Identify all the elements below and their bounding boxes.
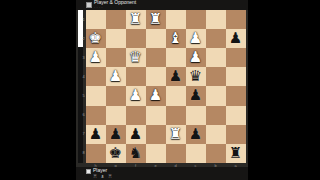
square-g1[interactable]: [106, 10, 126, 29]
square-f2[interactable]: [126, 29, 146, 48]
square-h8[interactable]: [86, 144, 106, 163]
square-e3[interactable]: [146, 48, 166, 67]
bottom-player-name: Player: [93, 168, 113, 173]
square-a8[interactable]: ♜: [226, 144, 246, 163]
white-pawn-f5[interactable]: ♟: [129, 88, 142, 103]
square-b1[interactable]: [206, 10, 226, 29]
white-pawn-c3[interactable]: ♟: [189, 50, 202, 65]
square-d7[interactable]: ♜: [166, 125, 186, 144]
square-f8[interactable]: ♞: [126, 144, 146, 163]
white-king-h2[interactable]: ♚: [89, 31, 102, 46]
square-d1[interactable]: [166, 10, 186, 29]
white-pawn-h3[interactable]: ♟: [89, 50, 102, 65]
square-e1[interactable]: ♜: [146, 10, 166, 29]
white-queen-f3[interactable]: ♛: [129, 50, 142, 65]
rank-label-8: 8: [82, 151, 84, 155]
video-frame: Player & Opponent · · · · 12345678 ♜♜♚♝♟…: [0, 0, 320, 180]
square-f1[interactable]: ♜: [126, 10, 146, 29]
square-e6[interactable]: [146, 106, 166, 125]
bottom-player-bar: Player ♖ ♗ ♖: [76, 167, 248, 180]
black-pawn-c5[interactable]: ♟: [189, 88, 202, 103]
square-h6[interactable]: [86, 106, 106, 125]
square-g4[interactable]: ♟: [106, 67, 126, 86]
rank-label-4: 4: [82, 75, 84, 79]
chess-board[interactable]: ♜♜♚♝♟♟♟♛♟♟♟♛♟♟♟♟♟♟♜♟♚♞♜: [86, 10, 246, 164]
black-pawn-d4[interactable]: ♟: [169, 69, 182, 84]
square-f4[interactable]: [126, 67, 146, 86]
black-knight-f8[interactable]: ♞: [129, 146, 142, 161]
white-pawn-e5[interactable]: ♟: [149, 88, 162, 103]
square-a2[interactable]: ♟: [226, 29, 246, 48]
square-h3[interactable]: ♟: [86, 48, 106, 67]
right-letterbox-bar: [248, 0, 320, 180]
left-letterbox-bar: [0, 0, 76, 180]
player-icon: [86, 169, 91, 174]
square-b6[interactable]: [206, 106, 226, 125]
square-e7[interactable]: [146, 125, 166, 144]
square-d2[interactable]: ♝: [166, 29, 186, 48]
rank-label-2: 2: [82, 37, 84, 41]
square-d8[interactable]: [166, 144, 186, 163]
square-c4[interactable]: ♛: [186, 67, 206, 86]
black-pawn-c7[interactable]: ♟: [189, 127, 202, 142]
game-type-icon: [86, 2, 92, 8]
square-b8[interactable]: [206, 144, 226, 163]
square-d3[interactable]: [166, 48, 186, 67]
square-g8[interactable]: ♚: [106, 144, 126, 163]
square-b2[interactable]: [206, 29, 226, 48]
square-c7[interactable]: ♟: [186, 125, 206, 144]
square-h7[interactable]: ♟: [86, 125, 106, 144]
square-c2[interactable]: ♟: [186, 29, 206, 48]
square-a7[interactable]: [226, 125, 246, 144]
white-pawn-c2[interactable]: ♟: [189, 31, 202, 46]
black-pawn-a2[interactable]: ♟: [229, 31, 242, 46]
white-pawn-g4[interactable]: ♟: [109, 69, 122, 84]
square-h4[interactable]: [86, 67, 106, 86]
square-b4[interactable]: [206, 67, 226, 86]
black-pawn-h7[interactable]: ♟: [89, 127, 102, 142]
square-e5[interactable]: ♟: [146, 86, 166, 105]
black-pawn-f7[interactable]: ♟: [129, 127, 142, 142]
white-rook-f1[interactable]: ♜: [129, 12, 142, 27]
square-f5[interactable]: ♟: [126, 86, 146, 105]
square-c5[interactable]: ♟: [186, 86, 206, 105]
rank-label-3: 3: [82, 56, 84, 60]
square-c1[interactable]: [186, 10, 206, 29]
square-e4[interactable]: [146, 67, 166, 86]
black-queen-c4[interactable]: ♛: [189, 69, 202, 84]
square-h5[interactable]: [86, 86, 106, 105]
rank-label-6: 6: [82, 113, 84, 117]
square-a4[interactable]: [226, 67, 246, 86]
square-a5[interactable]: [226, 86, 246, 105]
square-b3[interactable]: [206, 48, 226, 67]
rank-label-1: 1: [82, 18, 84, 22]
square-b7[interactable]: [206, 125, 226, 144]
white-bishop-d2[interactable]: ♝: [169, 31, 182, 46]
square-e8[interactable]: [146, 144, 166, 163]
black-rook-a8[interactable]: ♜: [229, 146, 242, 161]
square-c8[interactable]: [186, 144, 206, 163]
white-rook-e1[interactable]: ♜: [149, 12, 162, 27]
square-d6[interactable]: [166, 106, 186, 125]
square-f6[interactable]: [126, 106, 146, 125]
square-g3[interactable]: [106, 48, 126, 67]
top-player-bar: Player & Opponent · · · ·: [76, 0, 248, 10]
square-a1[interactable]: [226, 10, 246, 29]
rank-label-5: 5: [82, 94, 84, 98]
white-rook-d7[interactable]: ♜: [169, 127, 182, 142]
square-h2[interactable]: ♚: [86, 29, 106, 48]
square-g7[interactable]: ♟: [106, 125, 126, 144]
square-b5[interactable]: [206, 86, 226, 105]
square-f7[interactable]: ♟: [126, 125, 146, 144]
square-h1[interactable]: [86, 10, 106, 29]
square-a3[interactable]: [226, 48, 246, 67]
square-a6[interactable]: [226, 106, 246, 125]
black-pawn-g7[interactable]: ♟: [109, 127, 122, 142]
square-e2[interactable]: [146, 29, 166, 48]
square-d4[interactable]: ♟: [166, 67, 186, 86]
rank-label-7: 7: [82, 132, 84, 136]
square-g2[interactable]: [106, 29, 126, 48]
square-d5[interactable]: [166, 86, 186, 105]
square-c3[interactable]: ♟: [186, 48, 206, 67]
square-g5[interactable]: [106, 86, 126, 105]
captured-pieces: ♖ ♗ ♖: [93, 174, 113, 179]
square-f3[interactable]: ♛: [126, 48, 146, 67]
square-g6[interactable]: [106, 106, 126, 125]
square-c6[interactable]: [186, 106, 206, 125]
black-king-g8[interactable]: ♚: [109, 146, 122, 161]
